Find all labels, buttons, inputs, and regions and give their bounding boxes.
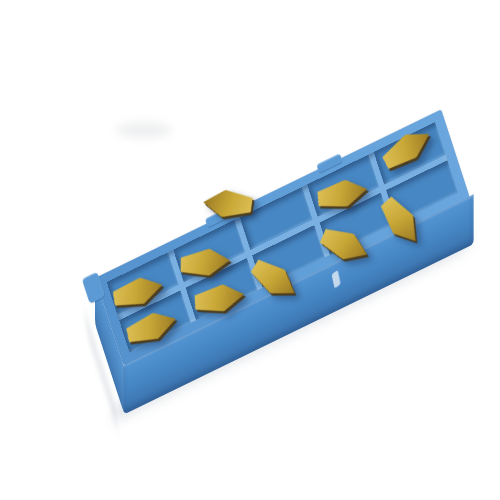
molding-scratch [332,270,341,289]
insert-top-face [380,122,435,174]
insert-top-face [202,188,255,218]
insert-top-face [125,306,178,349]
background-smudge [116,122,172,138]
product-photo-insert-box [0,0,500,500]
rim-corner-tab [82,271,105,303]
